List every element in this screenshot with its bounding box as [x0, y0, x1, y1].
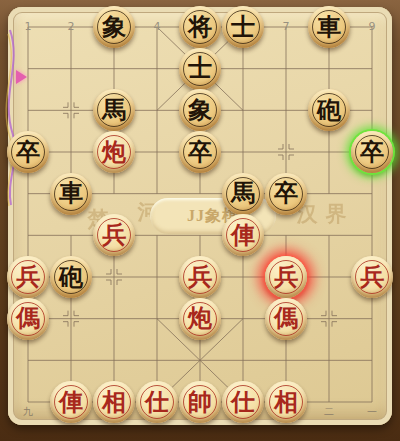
piece-glyph: 俥 — [59, 390, 83, 414]
piece-glyph: 兵 — [188, 265, 212, 289]
piece-black-chariot[interactable]: 車 — [308, 6, 350, 48]
side-panel-arrow-icon[interactable] — [16, 70, 27, 84]
piece-red-horse[interactable]: 傌 — [7, 298, 49, 340]
piece-red-soldier[interactable]: 兵 — [265, 256, 307, 298]
piece-glyph: 俥 — [231, 223, 255, 247]
piece-glyph: 士 — [188, 56, 212, 80]
piece-black-soldier[interactable]: 卒 — [351, 131, 393, 173]
piece-glyph: 兵 — [274, 265, 298, 289]
piece-glyph: 仕 — [231, 390, 255, 414]
piece-glyph: 兵 — [360, 265, 384, 289]
piece-glyph: 士 — [231, 15, 255, 39]
piece-glyph: 車 — [317, 15, 341, 39]
piece-glyph: 将 — [188, 15, 212, 39]
piece-red-advisor[interactable]: 仕 — [136, 381, 178, 423]
file-label-top-7: 7 — [283, 20, 290, 33]
piece-glyph: 傌 — [274, 306, 298, 330]
piece-glyph: 象 — [102, 15, 126, 39]
piece-red-soldier[interactable]: 兵 — [179, 256, 221, 298]
piece-glyph: 卒 — [360, 140, 384, 164]
piece-glyph: 相 — [102, 390, 126, 414]
piece-glyph: 車 — [59, 181, 83, 205]
piece-black-elephant[interactable]: 象 — [93, 6, 135, 48]
piece-glyph: 砲 — [59, 265, 83, 289]
piece-black-chariot[interactable]: 車 — [50, 173, 92, 215]
piece-glyph: 卒 — [188, 140, 212, 164]
file-label-top-2: 2 — [68, 20, 75, 33]
piece-black-horse[interactable]: 馬 — [222, 173, 264, 215]
piece-red-advisor[interactable]: 仕 — [222, 381, 264, 423]
file-label-top-1: 1 — [25, 20, 32, 33]
river-text-jie: 界 — [326, 200, 347, 228]
piece-glyph: 仕 — [145, 390, 169, 414]
piece-black-soldier[interactable]: 卒 — [265, 173, 307, 215]
file-label-top-9: 9 — [369, 20, 376, 33]
piece-red-soldier[interactable]: 兵 — [351, 256, 393, 298]
piece-black-general[interactable]: 将 — [179, 6, 221, 48]
piece-red-general[interactable]: 帥 — [179, 381, 221, 423]
piece-red-cannon[interactable]: 炮 — [179, 298, 221, 340]
piece-red-soldier[interactable]: 兵 — [7, 256, 49, 298]
file-label-bottom-9: 一 — [367, 405, 377, 419]
piece-red-elephant[interactable]: 相 — [265, 381, 307, 423]
piece-red-elephant[interactable]: 相 — [93, 381, 135, 423]
piece-glyph: 相 — [274, 390, 298, 414]
piece-glyph: 馬 — [231, 181, 255, 205]
piece-red-horse[interactable]: 傌 — [265, 298, 307, 340]
piece-glyph: 兵 — [16, 265, 40, 289]
piece-glyph: 兵 — [102, 223, 126, 247]
piece-glyph: 炮 — [188, 306, 212, 330]
piece-black-advisor[interactable]: 士 — [179, 48, 221, 90]
file-label-bottom-1: 九 — [23, 405, 33, 419]
file-label-bottom-8: 二 — [324, 405, 334, 419]
piece-black-cannon[interactable]: 砲 — [50, 256, 92, 298]
piece-glyph: 卒 — [16, 140, 40, 164]
piece-red-chariot[interactable]: 俥 — [50, 381, 92, 423]
file-label-top-4: 4 — [154, 20, 161, 33]
piece-glyph: 帥 — [188, 390, 212, 414]
piece-black-advisor[interactable]: 士 — [222, 6, 264, 48]
piece-glyph: 傌 — [16, 306, 40, 330]
piece-glyph: 象 — [188, 98, 212, 122]
piece-black-soldier[interactable]: 卒 — [7, 131, 49, 173]
piece-black-soldier[interactable]: 卒 — [179, 131, 221, 173]
piece-glyph: 卒 — [274, 181, 298, 205]
piece-glyph: 砲 — [317, 98, 341, 122]
piece-red-cannon[interactable]: 炮 — [93, 131, 135, 173]
piece-glyph: 炮 — [102, 140, 126, 164]
piece-glyph: 馬 — [102, 98, 126, 122]
